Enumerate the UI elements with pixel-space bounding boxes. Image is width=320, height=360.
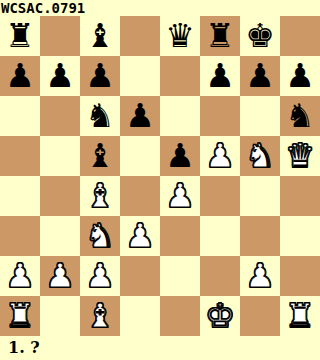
piece-bP-e5: ♟ <box>165 136 195 176</box>
square-d1[interactable] <box>120 296 160 336</box>
piece-bP-g7: ♟ <box>245 56 275 96</box>
piece-wN-c3: ♞ <box>85 216 115 256</box>
square-f6[interactable] <box>200 96 240 136</box>
square-h3[interactable] <box>280 216 320 256</box>
square-d5[interactable] <box>120 136 160 176</box>
square-g6[interactable] <box>240 96 280 136</box>
piece-bP-b7: ♟ <box>45 56 75 96</box>
square-a3[interactable] <box>0 216 40 256</box>
square-h2[interactable] <box>280 256 320 296</box>
square-c5[interactable]: ♝ <box>80 136 120 176</box>
square-g7[interactable]: ♟ <box>240 56 280 96</box>
square-f8[interactable]: ♜ <box>200 16 240 56</box>
square-a2[interactable]: ♟ <box>0 256 40 296</box>
square-b8[interactable] <box>40 16 80 56</box>
piece-wR-a1: ♜ <box>5 296 35 336</box>
square-f5[interactable]: ♟ <box>200 136 240 176</box>
square-h8[interactable] <box>280 16 320 56</box>
piece-wK-f1: ♚ <box>205 296 235 336</box>
piece-bR-f8: ♜ <box>205 16 235 56</box>
square-c7[interactable]: ♟ <box>80 56 120 96</box>
square-c1[interactable]: ♝ <box>80 296 120 336</box>
square-f7[interactable]: ♟ <box>200 56 240 96</box>
square-h5[interactable]: ♛ <box>280 136 320 176</box>
square-g1[interactable] <box>240 296 280 336</box>
square-b3[interactable] <box>40 216 80 256</box>
piece-bR-a8: ♜ <box>5 16 35 56</box>
piece-wQ-h5: ♛ <box>285 136 315 176</box>
square-d4[interactable] <box>120 176 160 216</box>
square-g4[interactable] <box>240 176 280 216</box>
piece-wB-c1: ♝ <box>85 296 115 336</box>
square-h1[interactable]: ♜ <box>280 296 320 336</box>
piece-bP-f7: ♟ <box>205 56 235 96</box>
square-a4[interactable] <box>0 176 40 216</box>
square-f2[interactable] <box>200 256 240 296</box>
square-d6[interactable]: ♟ <box>120 96 160 136</box>
square-g5[interactable]: ♞ <box>240 136 280 176</box>
square-f1[interactable]: ♚ <box>200 296 240 336</box>
square-a1[interactable]: ♜ <box>0 296 40 336</box>
square-g2[interactable]: ♟ <box>240 256 280 296</box>
piece-bN-h6: ♞ <box>285 96 315 136</box>
piece-wP-c2: ♟ <box>85 256 115 296</box>
square-h4[interactable] <box>280 176 320 216</box>
piece-wP-f5: ♟ <box>205 136 235 176</box>
piece-bP-d6: ♟ <box>125 96 155 136</box>
square-e7[interactable] <box>160 56 200 96</box>
square-c8[interactable]: ♝ <box>80 16 120 56</box>
piece-wP-b2: ♟ <box>45 256 75 296</box>
square-h6[interactable]: ♞ <box>280 96 320 136</box>
square-g3[interactable] <box>240 216 280 256</box>
square-e3[interactable] <box>160 216 200 256</box>
piece-bB-c8: ♝ <box>85 16 115 56</box>
square-e6[interactable] <box>160 96 200 136</box>
piece-wP-g2: ♟ <box>245 256 275 296</box>
square-b4[interactable] <box>40 176 80 216</box>
square-e4[interactable]: ♟ <box>160 176 200 216</box>
piece-wN-g5: ♞ <box>245 136 275 176</box>
square-e5[interactable]: ♟ <box>160 136 200 176</box>
square-d8[interactable] <box>120 16 160 56</box>
piece-bP-c7: ♟ <box>85 56 115 96</box>
square-b2[interactable]: ♟ <box>40 256 80 296</box>
square-f3[interactable] <box>200 216 240 256</box>
piece-wP-a2: ♟ <box>5 256 35 296</box>
square-a7[interactable]: ♟ <box>0 56 40 96</box>
square-b1[interactable] <box>40 296 80 336</box>
chess-app-window: WCSAC.0791 ♜♝♛♜♚♟♟♟♟♟♟♞♟♞♝♟♟♞♛♝♟♞♟♟♟♟♟♜♝… <box>0 0 320 360</box>
move-prompt: 1. ? <box>0 336 320 360</box>
square-g8[interactable]: ♚ <box>240 16 280 56</box>
square-f4[interactable] <box>200 176 240 216</box>
piece-wB-c4: ♝ <box>85 176 115 216</box>
square-d2[interactable] <box>120 256 160 296</box>
square-c2[interactable]: ♟ <box>80 256 120 296</box>
square-d3[interactable]: ♟ <box>120 216 160 256</box>
piece-bP-a7: ♟ <box>5 56 35 96</box>
piece-bQ-e8: ♛ <box>165 16 195 56</box>
square-e2[interactable] <box>160 256 200 296</box>
piece-wR-h1: ♜ <box>285 296 315 336</box>
piece-wP-d3: ♟ <box>125 216 155 256</box>
square-e1[interactable] <box>160 296 200 336</box>
square-d7[interactable] <box>120 56 160 96</box>
square-a5[interactable] <box>0 136 40 176</box>
piece-bK-g8: ♚ <box>245 16 275 56</box>
square-c3[interactable]: ♞ <box>80 216 120 256</box>
square-a8[interactable]: ♜ <box>0 16 40 56</box>
chess-board: ♜♝♛♜♚♟♟♟♟♟♟♞♟♞♝♟♟♞♛♝♟♞♟♟♟♟♟♜♝♚♜ <box>0 16 320 336</box>
piece-bB-c5: ♝ <box>85 136 115 176</box>
piece-bN-c6: ♞ <box>85 96 115 136</box>
square-b6[interactable] <box>40 96 80 136</box>
square-e8[interactable]: ♛ <box>160 16 200 56</box>
square-c6[interactable]: ♞ <box>80 96 120 136</box>
square-c4[interactable]: ♝ <box>80 176 120 216</box>
puzzle-title: WCSAC.0791 <box>0 0 320 16</box>
square-a6[interactable] <box>0 96 40 136</box>
piece-wP-e4: ♟ <box>165 176 195 216</box>
square-h7[interactable]: ♟ <box>280 56 320 96</box>
square-b5[interactable] <box>40 136 80 176</box>
square-b7[interactable]: ♟ <box>40 56 80 96</box>
piece-bP-h7: ♟ <box>285 56 315 96</box>
